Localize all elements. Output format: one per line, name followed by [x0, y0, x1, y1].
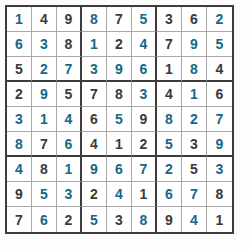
cell-r9c1[interactable]: 7: [7, 207, 32, 232]
cell-r9c6[interactable]: 8: [132, 207, 157, 232]
cell-r5c4[interactable]: 6: [82, 107, 107, 132]
cell-r2c9[interactable]: 5: [207, 32, 232, 57]
cell-r2c3[interactable]: 8: [57, 32, 82, 57]
cell-r8c9[interactable]: 8: [207, 182, 232, 207]
cell-r7c1[interactable]: 4: [7, 157, 32, 182]
cell-r1c8[interactable]: 6: [182, 7, 207, 32]
cell-r4c5[interactable]: 8: [107, 82, 132, 107]
cell-r2c6[interactable]: 4: [132, 32, 157, 57]
cell-r2c7[interactable]: 7: [157, 32, 182, 57]
cell-r3c8[interactable]: 8: [182, 57, 207, 82]
cell-r7c4[interactable]: 9: [82, 157, 107, 182]
cell-r1c4[interactable]: 8: [82, 7, 107, 32]
cell-r8c8[interactable]: 7: [182, 182, 207, 207]
cell-r6c2[interactable]: 7: [32, 132, 57, 157]
cell-r5c5[interactable]: 5: [107, 107, 132, 132]
cell-r3c7[interactable]: 1: [157, 57, 182, 82]
cell-r6c8[interactable]: 3: [182, 132, 207, 157]
cell-r2c8[interactable]: 9: [182, 32, 207, 57]
cell-r7c3[interactable]: 1: [57, 157, 82, 182]
cell-r7c6[interactable]: 7: [132, 157, 157, 182]
cell-r7c5[interactable]: 6: [107, 157, 132, 182]
sudoku-board: 1498753626381247955273961842957834163146…: [5, 5, 234, 234]
cell-r8c1[interactable]: 9: [7, 182, 32, 207]
cell-r8c2[interactable]: 5: [32, 182, 57, 207]
cell-r6c6[interactable]: 2: [132, 132, 157, 157]
cell-r9c3[interactable]: 2: [57, 207, 82, 232]
cell-r3c9[interactable]: 4: [207, 57, 232, 82]
cell-r9c9[interactable]: 1: [207, 207, 232, 232]
cell-r7c9[interactable]: 3: [207, 157, 232, 182]
cell-r6c1[interactable]: 8: [7, 132, 32, 157]
cell-r5c8[interactable]: 2: [182, 107, 207, 132]
cell-r1c3[interactable]: 9: [57, 7, 82, 32]
cell-r5c3[interactable]: 4: [57, 107, 82, 132]
cell-r9c7[interactable]: 9: [157, 207, 182, 232]
cell-r3c6[interactable]: 6: [132, 57, 157, 82]
cell-r6c9[interactable]: 9: [207, 132, 232, 157]
cell-r4c1[interactable]: 2: [7, 82, 32, 107]
cell-r6c5[interactable]: 1: [107, 132, 132, 157]
cell-r4c3[interactable]: 5: [57, 82, 82, 107]
cell-r9c5[interactable]: 3: [107, 207, 132, 232]
cell-r5c6[interactable]: 9: [132, 107, 157, 132]
cell-r6c7[interactable]: 5: [157, 132, 182, 157]
sudoku-page: 1498753626381247955273961842957834163146…: [0, 0, 250, 251]
cell-r1c2[interactable]: 4: [32, 7, 57, 32]
cell-r5c1[interactable]: 3: [7, 107, 32, 132]
cell-r2c2[interactable]: 3: [32, 32, 57, 57]
cell-r9c2[interactable]: 6: [32, 207, 57, 232]
cell-r2c4[interactable]: 1: [82, 32, 107, 57]
cell-r4c4[interactable]: 7: [82, 82, 107, 107]
cell-r3c1[interactable]: 5: [7, 57, 32, 82]
cell-r5c2[interactable]: 1: [32, 107, 57, 132]
cell-r1c6[interactable]: 5: [132, 7, 157, 32]
cell-r5c9[interactable]: 7: [207, 107, 232, 132]
cell-r4c6[interactable]: 3: [132, 82, 157, 107]
cell-r8c6[interactable]: 1: [132, 182, 157, 207]
cell-r8c5[interactable]: 4: [107, 182, 132, 207]
cell-r3c3[interactable]: 7: [57, 57, 82, 82]
cell-r4c2[interactable]: 9: [32, 82, 57, 107]
cell-r8c7[interactable]: 6: [157, 182, 182, 207]
cell-r6c3[interactable]: 6: [57, 132, 82, 157]
cell-r4c9[interactable]: 6: [207, 82, 232, 107]
cell-r8c3[interactable]: 3: [57, 182, 82, 207]
cell-r3c5[interactable]: 9: [107, 57, 132, 82]
cell-r7c8[interactable]: 5: [182, 157, 207, 182]
cell-r8c4[interactable]: 2: [82, 182, 107, 207]
cell-r6c4[interactable]: 4: [82, 132, 107, 157]
cell-r1c1[interactable]: 1: [7, 7, 32, 32]
cell-r2c1[interactable]: 6: [7, 32, 32, 57]
cell-r4c8[interactable]: 1: [182, 82, 207, 107]
cell-r7c2[interactable]: 8: [32, 157, 57, 182]
cell-r4c7[interactable]: 4: [157, 82, 182, 107]
cell-r5c7[interactable]: 8: [157, 107, 182, 132]
cell-r9c4[interactable]: 5: [82, 207, 107, 232]
cell-r9c8[interactable]: 4: [182, 207, 207, 232]
cell-r1c7[interactable]: 3: [157, 7, 182, 32]
cell-r7c7[interactable]: 2: [157, 157, 182, 182]
cell-r3c4[interactable]: 3: [82, 57, 107, 82]
cell-r3c2[interactable]: 2: [32, 57, 57, 82]
cell-r1c9[interactable]: 2: [207, 7, 232, 32]
cell-r2c5[interactable]: 2: [107, 32, 132, 57]
cell-r1c5[interactable]: 7: [107, 7, 132, 32]
